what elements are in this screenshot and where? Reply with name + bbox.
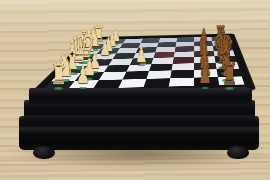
board-square xyxy=(169,77,194,86)
board-square xyxy=(118,79,146,88)
chess-board xyxy=(30,0,270,95)
board-frame xyxy=(30,34,254,95)
pedestal-step-top xyxy=(29,88,252,104)
board-square xyxy=(218,76,245,85)
board-squares xyxy=(43,36,245,90)
board-foot-right xyxy=(227,146,249,159)
board-square xyxy=(194,77,219,86)
board-foot-left xyxy=(33,146,55,159)
chess-set-photo: ♜♞♝♛♚♝♞♜♟♟♟♟♟♟♟♟♟♟♟♟♟♟♟♟♜♞♝♛♚♝♞♜ xyxy=(0,0,270,180)
board-square xyxy=(144,78,171,87)
